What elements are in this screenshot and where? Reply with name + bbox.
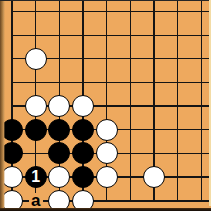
go-board: 1a <box>0 0 211 211</box>
board-frame-right <box>209 0 211 206</box>
black-stone <box>48 119 70 141</box>
board-frame-top <box>0 0 211 1</box>
black-stone <box>72 166 94 188</box>
black-stone: 1 <box>25 166 47 188</box>
white-stone <box>48 166 70 188</box>
white-stone <box>143 166 165 188</box>
white-stone <box>48 95 70 117</box>
white-stone <box>96 166 118 188</box>
white-stone <box>25 48 47 70</box>
black-stone <box>48 142 70 164</box>
move-number-label: 1 <box>31 169 40 185</box>
white-stone <box>72 95 94 117</box>
white-stone <box>96 142 118 164</box>
black-stone <box>72 142 94 164</box>
white-stone <box>25 95 47 117</box>
board-frame-bottom <box>0 208 211 211</box>
white-stone <box>96 119 118 141</box>
point-label-a: a <box>29 193 43 209</box>
board-frame-left <box>0 1 5 208</box>
go-diagram: 1a <box>0 0 211 211</box>
black-stone <box>72 119 94 141</box>
black-stone <box>25 119 47 141</box>
